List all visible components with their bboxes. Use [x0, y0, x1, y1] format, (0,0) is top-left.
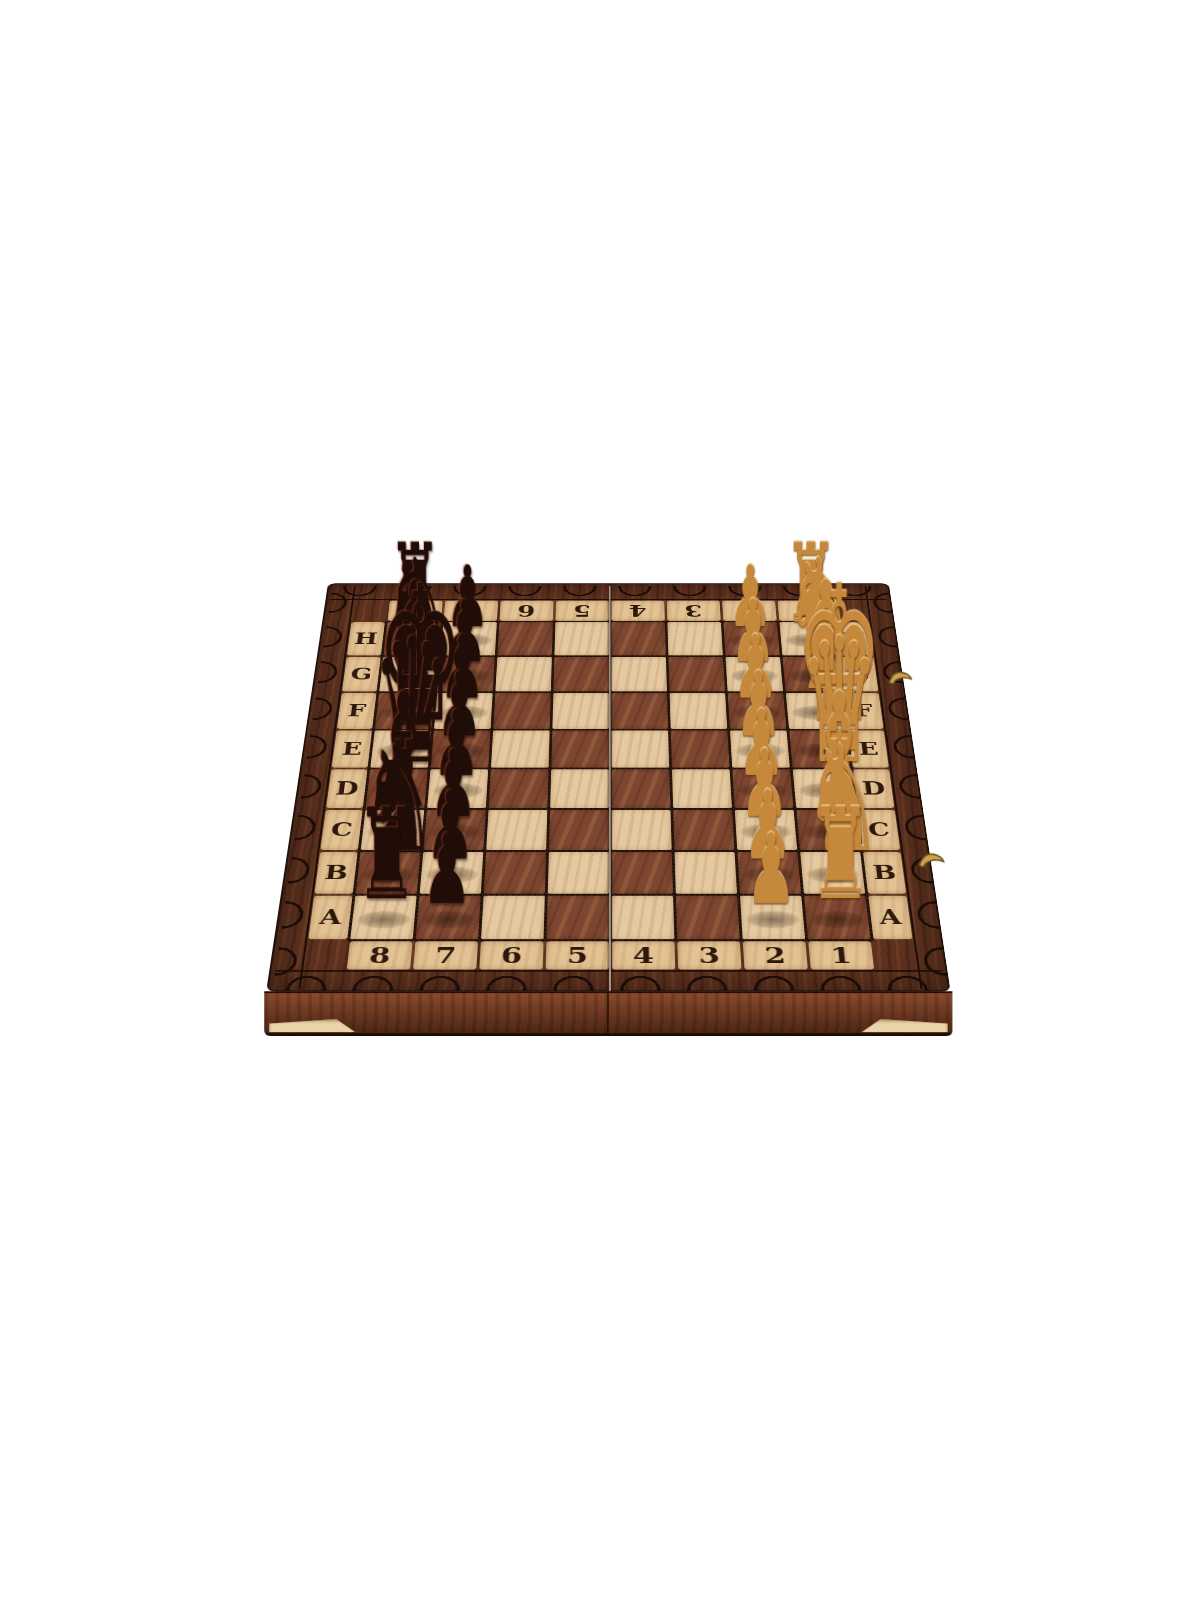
- coordinate-label-H: H: [835, 622, 873, 655]
- coordinate-label-G: G: [342, 657, 381, 691]
- coordinate-label-6: 6: [499, 601, 553, 621]
- square-f5: [552, 693, 609, 729]
- piece-shadow: [727, 634, 776, 648]
- coordinate-label-5: 5: [555, 601, 608, 621]
- board-front-edge: [264, 991, 952, 1036]
- piece-shadow: [730, 669, 780, 684]
- product-photo-canvas: 87654321 87654321 HGFEDCBA HGFEDCBA ♜♟♟♜…: [0, 0, 1200, 1600]
- piece-shadow: [790, 705, 842, 720]
- coordinate-label-H: H: [347, 622, 385, 655]
- white-rook-a1: ♜: [788, 794, 884, 920]
- square-g3: [668, 657, 725, 691]
- chess-scene: 87654321 87654321 HGFEDCBA HGFEDCBA ♜♟♟♜…: [266, 425, 951, 1110]
- square-g4: [611, 657, 667, 691]
- coordinate-label-E: E: [332, 730, 372, 767]
- square-h4: [611, 622, 665, 655]
- square-h5: [554, 622, 608, 655]
- square-g5: [553, 657, 608, 691]
- finger-notch-right: [862, 1019, 948, 1032]
- piece-shadow: [734, 743, 786, 759]
- white-pawn-a2: ♟: [723, 823, 819, 920]
- coordinate-label-4: 4: [611, 601, 664, 621]
- finger-notch-left: [269, 1019, 355, 1032]
- black-pawn-a7: ♟: [399, 823, 495, 920]
- white-pawn-b2: ♟: [721, 780, 815, 875]
- coordinate-label-F: F: [844, 693, 884, 729]
- square-g6: [495, 657, 551, 691]
- square-e4: [612, 730, 670, 767]
- piece-shadow: [787, 669, 838, 684]
- coordinate-label-2: 2: [722, 601, 777, 621]
- coordinate-label-E: E: [848, 730, 888, 767]
- piece-shadow: [784, 634, 834, 648]
- coordinate-label-1: 1: [777, 601, 832, 621]
- square-f4: [611, 693, 668, 729]
- front-fold-seam: [607, 993, 609, 1033]
- coordinate-label-G: G: [840, 657, 879, 691]
- square-f3: [670, 693, 728, 729]
- coordinate-label-8: 8: [388, 601, 443, 621]
- square-e5: [551, 730, 609, 767]
- piece-shadow: [732, 705, 783, 720]
- coordinate-label-F: F: [337, 693, 377, 729]
- black-pawn-b7: ♟: [403, 780, 497, 875]
- chess-board-3d: 87654321 87654321 HGFEDCBA HGFEDCBA ♜♟♟♜…: [266, 583, 951, 992]
- piece-shadow: [794, 743, 847, 759]
- square-h3: [667, 622, 722, 655]
- square-f6: [493, 693, 551, 729]
- square-e3: [671, 730, 730, 767]
- square-h6: [497, 622, 552, 655]
- black-rook-a8: ♜: [334, 794, 430, 920]
- coordinate-label-3: 3: [667, 601, 721, 621]
- square-e6: [491, 730, 550, 767]
- coordinate-label-7: 7: [443, 601, 498, 621]
